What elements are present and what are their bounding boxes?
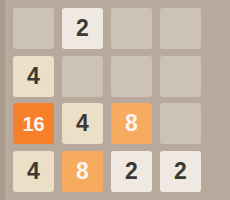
tile-16-r3c1: 16 <box>13 103 54 144</box>
empty-cell-r2c3 <box>111 56 152 97</box>
board-2048[interactable]: 2416484822 <box>13 8 201 192</box>
empty-cell-r2c4 <box>160 56 201 97</box>
empty-cell-r1c3 <box>111 8 152 49</box>
empty-cell-r1c1 <box>13 8 54 49</box>
empty-cell-r1c4 <box>160 8 201 49</box>
tile-4-r4c1: 4 <box>13 151 54 192</box>
tile-2-r4c3: 2 <box>111 151 152 192</box>
tile-8-r4c2: 8 <box>62 151 103 192</box>
tile-2-r4c4: 2 <box>160 151 201 192</box>
tile-4-r2c1: 4 <box>13 56 54 97</box>
tile-4-r3c2: 4 <box>62 103 103 144</box>
tile-2-r1c2: 2 <box>62 8 103 49</box>
tile-8-r3c3: 8 <box>111 103 152 144</box>
page-background-edge <box>0 0 5 200</box>
empty-cell-r3c4 <box>160 103 201 144</box>
empty-cell-r2c2 <box>62 56 103 97</box>
